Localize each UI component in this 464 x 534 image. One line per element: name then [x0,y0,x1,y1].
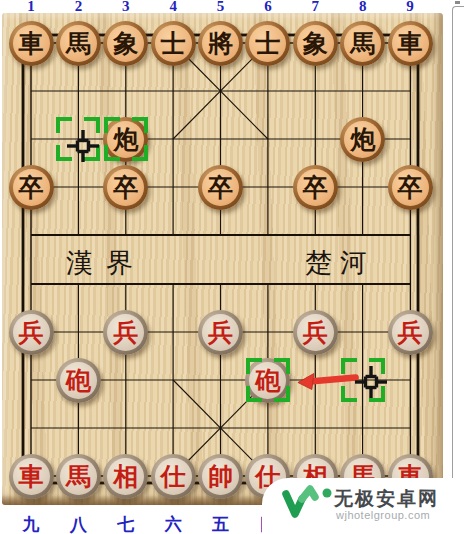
piece-glyph: 帥 [202,458,239,495]
piece-glyph: 車 [13,25,50,62]
file-label-top-2: 2 [67,0,89,15]
piece-glyph: 仕 [155,458,192,495]
file-label-top-9: 9 [399,0,421,15]
piece-red-兵[interactable]: 兵 [198,310,243,355]
piece-glyph: 士 [155,25,192,62]
piece-red-馬[interactable]: 馬 [56,454,101,499]
piece-glyph: 將 [202,25,239,62]
file-label-top-8: 8 [352,0,374,15]
piece-glyph: 兵 [13,314,50,351]
piece-black-馬[interactable]: 馬 [56,21,101,66]
piece-glyph: 車 [13,458,50,495]
piece-glyph: 士 [249,25,286,62]
piece-glyph: 兵 [392,314,429,351]
file-label-top-1: 1 [20,0,42,15]
piece-glyph: 馬 [344,25,381,62]
watermark-logo-icon [282,485,336,523]
crosshair-cursor-icon [66,129,100,163]
file-label-top-6: 6 [257,0,279,15]
side-panel-handle [455,1,460,4]
side-panel-border [452,6,464,534]
piece-black-士[interactable]: 士 [151,21,196,66]
piece-red-兵[interactable]: 兵 [388,310,433,355]
river-text-left: 漢界 [66,245,146,281]
side-panel-edge [448,0,464,534]
piece-red-兵[interactable]: 兵 [293,310,338,355]
river-text-right: 楚河 [305,245,375,281]
piece-glyph: 兵 [202,314,239,351]
crosshair-cursor-icon [354,365,388,399]
piece-black-卒[interactable]: 卒 [293,165,338,210]
piece-black-炮[interactable]: 炮 [340,117,385,162]
piece-glyph: 車 [392,25,429,62]
file-label-bottom-2: 八 [67,513,89,534]
piece-glyph: 卒 [297,169,334,206]
file-label-bottom-1: 九 [20,513,42,534]
watermark-site-url: wjhotelgroup.com [336,509,430,521]
piece-black-卒[interactable]: 卒 [388,165,433,210]
piece-red-仕[interactable]: 仕 [151,454,196,499]
piece-black-士[interactable]: 士 [245,21,290,66]
piece-red-相[interactable]: 相 [103,454,148,499]
piece-glyph: 卒 [202,169,239,206]
file-label-top-4: 4 [162,0,184,15]
piece-glyph: 馬 [60,25,97,62]
piece-glyph: 兵 [297,314,334,351]
file-label-bottom-5: 五 [210,513,232,534]
piece-glyph: 相 [107,458,144,495]
file-label-bottom-4: 六 [162,513,184,534]
piece-red-兵[interactable]: 兵 [9,310,54,355]
piece-red-帥[interactable]: 帥 [198,454,243,499]
selection-bracket [246,358,290,402]
watermark: 无极安卓网 wjhotelgroup.com [262,478,464,534]
file-label-bottom-3: 七 [115,513,137,534]
piece-glyph: 砲 [60,362,97,399]
piece-glyph: 馬 [60,458,97,495]
piece-black-將[interactable]: 將 [198,21,243,66]
piece-glyph: 卒 [392,169,429,206]
piece-glyph: 象 [107,25,144,62]
piece-black-車[interactable]: 車 [388,21,433,66]
piece-black-象[interactable]: 象 [293,21,338,66]
file-label-top-3: 3 [115,0,137,15]
piece-glyph: 卒 [13,169,50,206]
piece-black-卒[interactable]: 卒 [9,165,54,210]
piece-glyph: 卒 [107,169,144,206]
piece-red-兵[interactable]: 兵 [103,310,148,355]
piece-black-卒[interactable]: 卒 [198,165,243,210]
piece-red-車[interactable]: 車 [9,454,54,499]
piece-glyph: 象 [297,25,334,62]
piece-black-卒[interactable]: 卒 [103,165,148,210]
selection-bracket [104,117,148,161]
piece-red-砲[interactable]: 砲 [56,358,101,403]
file-label-top-5: 5 [210,0,232,15]
piece-glyph: 兵 [107,314,144,351]
piece-black-車[interactable]: 車 [9,21,54,66]
file-label-top-7: 7 [304,0,326,15]
piece-glyph: 炮 [344,121,381,158]
piece-black-象[interactable]: 象 [103,21,148,66]
app-screen: 漢界 楚河 123456789九八七六五四車馬象士將士象馬車炮炮卒卒卒卒卒兵兵兵… [0,0,464,534]
piece-black-馬[interactable]: 馬 [340,21,385,66]
